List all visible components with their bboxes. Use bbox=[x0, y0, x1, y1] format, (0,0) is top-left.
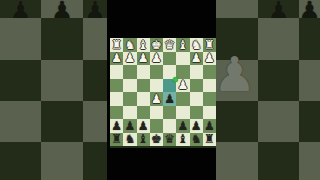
piece-bP-h7: ♟ bbox=[111, 120, 122, 132]
square-c3[interactable] bbox=[176, 65, 189, 79]
square-a7[interactable]: ♟ bbox=[203, 119, 216, 133]
piece-wP-b2: ♟ bbox=[191, 52, 202, 64]
square-f1[interactable]: ♝ bbox=[137, 38, 150, 52]
square-e3[interactable] bbox=[150, 65, 163, 79]
piece-bR-h8: ♜ bbox=[111, 133, 122, 145]
background-cell bbox=[299, 101, 320, 142]
square-g2[interactable]: ♟ bbox=[123, 52, 136, 66]
square-d7[interactable] bbox=[163, 119, 176, 133]
square-d6[interactable] bbox=[163, 106, 176, 120]
square-a5[interactable] bbox=[203, 92, 216, 106]
square-c7[interactable]: ♟ bbox=[176, 119, 189, 133]
square-d5[interactable]: ♟ bbox=[163, 92, 176, 106]
square-d8[interactable]: ♛ bbox=[163, 133, 176, 147]
square-g4[interactable] bbox=[123, 79, 136, 93]
background-cell bbox=[0, 101, 41, 142]
square-h2[interactable]: ♟ bbox=[110, 52, 123, 66]
background-cell bbox=[83, 60, 107, 101]
background-cell: ♟ bbox=[258, 0, 299, 18]
piece-wK-e1: ♚ bbox=[151, 39, 162, 51]
square-a2[interactable]: ♟ bbox=[203, 52, 216, 66]
piece-wP-a2: ♟ bbox=[204, 52, 215, 64]
square-f8[interactable]: ♝ bbox=[137, 133, 150, 147]
square-d4[interactable] bbox=[163, 79, 176, 93]
background-board-left: ♟♟♟ bbox=[0, 0, 107, 180]
square-b2[interactable]: ♟ bbox=[190, 52, 203, 66]
square-f3[interactable] bbox=[137, 65, 150, 79]
screenshot-stage: ♟♟♟ ♟♟ ♟ ♜♞♝♚♛♝♞♜♟♟♟♟♟♟♟♟♟♟♟♟♟♟♟♜♞♝♚♛♝♞♜ bbox=[0, 0, 320, 180]
square-e1[interactable]: ♚ bbox=[150, 38, 163, 52]
square-h4[interactable] bbox=[110, 79, 123, 93]
background-cell bbox=[299, 18, 320, 60]
piece-wP-f2: ♟ bbox=[138, 52, 149, 64]
square-b6[interactable] bbox=[190, 106, 203, 120]
square-e5[interactable]: ♟ bbox=[150, 92, 163, 106]
piece-wB-c1: ♝ bbox=[177, 39, 188, 51]
square-d1[interactable]: ♛ bbox=[163, 38, 176, 52]
square-c4[interactable]: ♟ bbox=[176, 79, 189, 93]
square-h6[interactable] bbox=[110, 106, 123, 120]
square-a4[interactable] bbox=[203, 79, 216, 93]
background-cell bbox=[83, 18, 107, 60]
square-h5[interactable] bbox=[110, 92, 123, 106]
piece-bB-c8: ♝ bbox=[177, 133, 188, 145]
square-e8[interactable]: ♚ bbox=[150, 133, 163, 147]
background-cell bbox=[41, 101, 83, 142]
piece-bP-c7: ♟ bbox=[177, 120, 188, 132]
background-cell bbox=[216, 142, 258, 180]
square-c1[interactable]: ♝ bbox=[176, 38, 189, 52]
square-e4[interactable] bbox=[150, 79, 163, 93]
square-b7[interactable]: ♟ bbox=[190, 119, 203, 133]
piece-bP-d5: ♟ bbox=[164, 93, 175, 105]
background-cell bbox=[258, 101, 299, 142]
piece-bP-b7: ♟ bbox=[191, 120, 202, 132]
background-cell bbox=[216, 0, 258, 18]
square-h7[interactable]: ♟ bbox=[110, 119, 123, 133]
square-g3[interactable] bbox=[123, 65, 136, 79]
piece-wN-b1: ♞ bbox=[191, 39, 202, 51]
square-b5[interactable] bbox=[190, 92, 203, 106]
background-cell bbox=[258, 60, 299, 101]
background-pawn-icon: ♟ bbox=[9, 1, 31, 18]
square-h1[interactable]: ♜ bbox=[110, 38, 123, 52]
piece-bP-a7: ♟ bbox=[204, 120, 215, 132]
square-e2[interactable]: ♟ bbox=[150, 52, 163, 66]
square-c8[interactable]: ♝ bbox=[176, 133, 189, 147]
background-cell bbox=[258, 142, 299, 180]
piece-wB-f1: ♝ bbox=[138, 39, 149, 51]
chess-board: ♜♞♝♚♛♝♞♜♟♟♟♟♟♟♟♟♟♟♟♟♟♟♟♜♞♝♚♛♝♞♜ bbox=[110, 38, 216, 146]
background-pawn-icon: ♟ bbox=[299, 1, 320, 18]
background-cell bbox=[0, 18, 41, 60]
square-c5[interactable] bbox=[176, 92, 189, 106]
square-b3[interactable] bbox=[190, 65, 203, 79]
piece-bN-g8: ♞ bbox=[124, 133, 135, 145]
square-h3[interactable] bbox=[110, 65, 123, 79]
background-pawn-icon: ♟ bbox=[51, 1, 73, 18]
video-area[interactable]: ♜♞♝♚♛♝♞♜♟♟♟♟♟♟♟♟♟♟♟♟♟♟♟♜♞♝♚♛♝♞♜ bbox=[107, 0, 216, 180]
piece-bP-f7: ♟ bbox=[138, 120, 149, 132]
square-a8[interactable]: ♜ bbox=[203, 133, 216, 147]
square-f2[interactable]: ♟ bbox=[137, 52, 150, 66]
square-d2[interactable] bbox=[163, 52, 176, 66]
square-g7[interactable]: ♟ bbox=[123, 119, 136, 133]
background-pawn-icon: ♟ bbox=[84, 1, 106, 18]
piece-bP-g7: ♟ bbox=[124, 120, 135, 132]
piece-bR-a8: ♜ bbox=[204, 133, 215, 145]
board-bottom-edge bbox=[110, 146, 216, 148]
piece-wP-h2: ♟ bbox=[111, 52, 122, 64]
background-cell bbox=[299, 142, 320, 180]
background-cell: ♟ bbox=[83, 0, 107, 18]
square-g6[interactable] bbox=[123, 106, 136, 120]
piece-wQ-d1: ♛ bbox=[164, 39, 175, 51]
square-h8[interactable]: ♜ bbox=[110, 133, 123, 147]
square-c6[interactable] bbox=[176, 106, 189, 120]
square-b4[interactable] bbox=[190, 79, 203, 93]
square-c2[interactable] bbox=[176, 52, 189, 66]
square-f6[interactable] bbox=[137, 106, 150, 120]
background-cell bbox=[41, 60, 83, 101]
background-gray-pawn-icon: ♟ bbox=[213, 50, 256, 98]
background-cell bbox=[0, 60, 41, 101]
square-f7[interactable]: ♟ bbox=[137, 119, 150, 133]
background-cell bbox=[216, 101, 258, 142]
square-e7[interactable] bbox=[150, 119, 163, 133]
piece-wP-g2: ♟ bbox=[124, 52, 135, 64]
piece-bB-f8: ♝ bbox=[138, 133, 149, 145]
square-f5[interactable] bbox=[137, 92, 150, 106]
square-b1[interactable]: ♞ bbox=[190, 38, 203, 52]
piece-wP-e5: ♟ bbox=[151, 93, 162, 105]
piece-wP-e2: ♟ bbox=[151, 52, 162, 64]
piece-bK-e8: ♚ bbox=[151, 133, 162, 145]
background-cell bbox=[41, 18, 83, 60]
background-cell bbox=[41, 142, 83, 180]
square-a1[interactable]: ♜ bbox=[203, 38, 216, 52]
square-b8[interactable]: ♞ bbox=[190, 133, 203, 147]
background-cell bbox=[299, 60, 320, 101]
background-cell: ♟ bbox=[41, 0, 83, 18]
piece-bQ-d8: ♛ bbox=[164, 133, 175, 145]
move-marker-dot bbox=[173, 77, 178, 82]
piece-wN-g1: ♞ bbox=[124, 39, 135, 51]
background-pawn-icon: ♟ bbox=[267, 1, 289, 18]
background-cell: ♟ bbox=[299, 0, 320, 18]
piece-wR-a1: ♜ bbox=[204, 39, 215, 51]
background-cell bbox=[83, 142, 107, 180]
square-f4[interactable] bbox=[137, 79, 150, 93]
background-cell bbox=[258, 18, 299, 60]
square-a6[interactable] bbox=[203, 106, 216, 120]
piece-bN-b8: ♞ bbox=[191, 133, 202, 145]
piece-wR-h1: ♜ bbox=[111, 39, 122, 51]
background-cell bbox=[83, 101, 107, 142]
square-g8[interactable]: ♞ bbox=[123, 133, 136, 147]
square-a3[interactable] bbox=[203, 65, 216, 79]
background-cell bbox=[0, 142, 41, 180]
square-e6[interactable] bbox=[150, 106, 163, 120]
background-cell: ♟ bbox=[0, 0, 41, 18]
square-g5[interactable] bbox=[123, 92, 136, 106]
square-g1[interactable]: ♞ bbox=[123, 38, 136, 52]
piece-wP-c4: ♟ bbox=[177, 79, 188, 91]
